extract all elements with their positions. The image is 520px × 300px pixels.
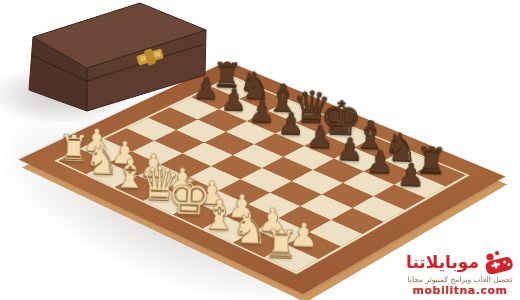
- watermark-tagline: تحميل العاب وبرامج كمبيوتر مجانا: [406, 275, 514, 284]
- piece-black-pawn-e7[interactable]: ♟: [306, 121, 334, 153]
- watermark-url: mobilitna.com: [406, 284, 514, 297]
- watermark-title: موبايلاتنا: [406, 252, 479, 272]
- watermark: موبايلاتنا تحميل العاب وبرامج كمبيوتر مج…: [406, 250, 514, 297]
- gamepad-icon: [484, 250, 514, 274]
- wooden-box: [14, 0, 210, 120]
- piece-white-rook-h1[interactable]: ♜: [263, 225, 299, 265]
- watermark-title-row: موبايلاتنا: [406, 250, 514, 274]
- piece-black-pawn-c7[interactable]: ♟: [248, 97, 276, 128]
- chess-set-photo: ♜♞♝♛♚♝♞♜♟♟♟♟♟♟♟♟♟♟♟♟♟♟♟♟♜♞♝♛♚♝♞♜: [0, 0, 520, 300]
- piece-black-pawn-h7[interactable]: ♟: [396, 159, 425, 191]
- piece-black-pawn-d7[interactable]: ♟: [277, 109, 305, 140]
- piece-black-pawn-g7[interactable]: ♟: [366, 146, 395, 178]
- piece-black-pawn-f7[interactable]: ♟: [335, 133, 364, 165]
- piece-black-pawn-b7[interactable]: ♟: [220, 85, 248, 116]
